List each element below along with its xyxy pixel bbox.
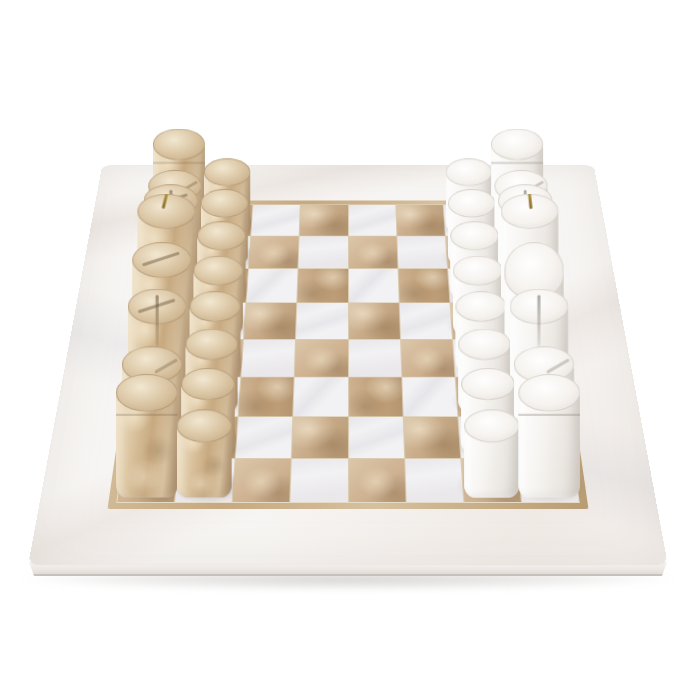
- square[interactable]: [349, 339, 401, 376]
- piece-top: [461, 368, 515, 400]
- board-margin: [28, 165, 668, 565]
- square[interactable]: [402, 377, 457, 416]
- square[interactable]: [298, 269, 348, 303]
- square[interactable]: [349, 459, 406, 502]
- square[interactable]: [236, 417, 293, 458]
- piece-top: [181, 368, 235, 400]
- square[interactable]: [401, 339, 455, 376]
- square[interactable]: [349, 377, 403, 416]
- square[interactable]: [396, 205, 445, 236]
- piece-top: [519, 374, 581, 411]
- ring-detail: [152, 162, 204, 164]
- square[interactable]: [239, 377, 294, 416]
- square[interactable]: [403, 417, 460, 458]
- ring-detail: [491, 162, 543, 164]
- slit-detail: [155, 294, 158, 346]
- piece-top: [176, 409, 231, 442]
- piece-top: [456, 291, 507, 322]
- square[interactable]: [292, 417, 347, 458]
- piece-top: [491, 129, 543, 160]
- piece-top: [152, 129, 204, 160]
- square[interactable]: [299, 236, 348, 268]
- square[interactable]: [348, 269, 398, 303]
- product-photo: [0, 0, 700, 700]
- slit-detail: [538, 294, 541, 346]
- square[interactable]: [244, 303, 296, 338]
- piece-top: [204, 158, 250, 186]
- square[interactable]: [349, 417, 404, 458]
- square[interactable]: [295, 339, 347, 376]
- square[interactable]: [348, 303, 399, 338]
- piece-top: [185, 328, 237, 359]
- square[interactable]: [348, 205, 396, 236]
- square[interactable]: [291, 459, 348, 502]
- chess-piece-black-rook[interactable]: [115, 374, 177, 498]
- square[interactable]: [233, 459, 291, 502]
- chess-board: [28, 165, 668, 565]
- square[interactable]: [397, 236, 447, 268]
- square[interactable]: [117, 459, 178, 502]
- square[interactable]: [399, 303, 451, 338]
- chess-piece-white-rook[interactable]: [519, 374, 581, 498]
- square[interactable]: [398, 269, 449, 303]
- scene: [0, 0, 700, 700]
- square[interactable]: [348, 236, 397, 268]
- chess-piece-black-pawn[interactable]: [176, 409, 231, 497]
- piece-top: [115, 374, 177, 411]
- board-inlay-frame: [108, 200, 589, 509]
- piece-top: [453, 255, 503, 285]
- piece-top: [458, 328, 510, 359]
- piece-top: [464, 409, 519, 442]
- square[interactable]: [294, 377, 348, 416]
- square[interactable]: [517, 459, 578, 502]
- square[interactable]: [300, 205, 348, 236]
- chess-piece-white-pawn[interactable]: [464, 409, 519, 497]
- ring-detail: [115, 414, 177, 416]
- ring-detail: [519, 414, 581, 416]
- piece-top: [200, 189, 248, 218]
- square[interactable]: [247, 269, 298, 303]
- piece-top: [193, 255, 243, 285]
- square[interactable]: [249, 236, 299, 268]
- square[interactable]: [461, 459, 521, 502]
- square[interactable]: [175, 459, 235, 502]
- piece-top: [189, 291, 240, 322]
- board-grid: [116, 204, 580, 502]
- piece-top: [197, 221, 246, 250]
- square[interactable]: [405, 459, 463, 502]
- square[interactable]: [296, 303, 347, 338]
- square[interactable]: [251, 205, 300, 236]
